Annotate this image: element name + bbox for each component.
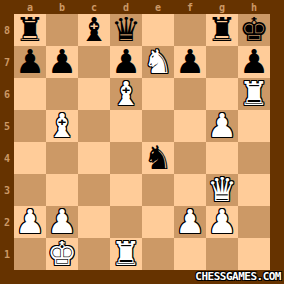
square-h1[interactable]	[238, 238, 270, 270]
square-f2[interactable]: ♟	[174, 206, 206, 238]
rank-labels: 87654321	[0, 14, 14, 270]
white-king[interactable]: ♚	[47, 238, 77, 270]
square-d3[interactable]	[110, 174, 142, 206]
square-g2[interactable]: ♟	[206, 206, 238, 238]
board: ♜♝♛♜♚♟♟♟♞♟♟♝♜♝♟♞♛♟♟♟♟♚♜	[14, 14, 270, 270]
square-d1[interactable]: ♜	[110, 238, 142, 270]
white-rook[interactable]: ♜	[111, 238, 141, 270]
square-h6[interactable]: ♜	[238, 78, 270, 110]
rank-label-7: 7	[0, 46, 14, 78]
square-a2[interactable]: ♟	[14, 206, 46, 238]
square-h4[interactable]	[238, 142, 270, 174]
square-g1[interactable]	[206, 238, 238, 270]
rank-label-3: 3	[0, 174, 14, 206]
white-bishop[interactable]: ♝	[111, 78, 141, 110]
square-c6[interactable]	[78, 78, 110, 110]
square-a7[interactable]: ♟	[14, 46, 46, 78]
square-c7[interactable]	[78, 46, 110, 78]
square-c4[interactable]	[78, 142, 110, 174]
square-e4[interactable]: ♞	[142, 142, 174, 174]
square-h2[interactable]	[238, 206, 270, 238]
square-a6[interactable]	[14, 78, 46, 110]
black-pawn[interactable]: ♟	[15, 46, 45, 78]
square-a4[interactable]	[14, 142, 46, 174]
white-pawn[interactable]: ♟	[175, 206, 205, 238]
square-g5[interactable]: ♟	[206, 110, 238, 142]
square-f6[interactable]	[174, 78, 206, 110]
square-f1[interactable]	[174, 238, 206, 270]
square-b1[interactable]: ♚	[46, 238, 78, 270]
square-c3[interactable]	[78, 174, 110, 206]
square-b4[interactable]	[46, 142, 78, 174]
white-bishop[interactable]: ♝	[47, 110, 77, 142]
square-h3[interactable]	[238, 174, 270, 206]
rank-label-8: 8	[0, 14, 14, 46]
square-e7[interactable]: ♞	[142, 46, 174, 78]
square-b5[interactable]: ♝	[46, 110, 78, 142]
chessgames-watermark[interactable]: CHESSGAMES.COM	[195, 270, 281, 284]
square-c5[interactable]	[78, 110, 110, 142]
black-pawn[interactable]: ♟	[47, 46, 77, 78]
file-label-e: e	[142, 0, 174, 14]
rank-label-5: 5	[0, 110, 14, 142]
square-c8[interactable]: ♝	[78, 14, 110, 46]
square-c1[interactable]	[78, 238, 110, 270]
square-f5[interactable]	[174, 110, 206, 142]
black-pawn[interactable]: ♟	[175, 46, 205, 78]
square-f7[interactable]: ♟	[174, 46, 206, 78]
square-g7[interactable]	[206, 46, 238, 78]
square-h5[interactable]	[238, 110, 270, 142]
square-g8[interactable]: ♜	[206, 14, 238, 46]
square-e1[interactable]	[142, 238, 174, 270]
chess-diagram: abcdefgh 87654321 ♜♝♛♜♚♟♟♟♞♟♟♝♜♝♟♞♛♟♟♟♟♚…	[0, 0, 284, 284]
square-e3[interactable]	[142, 174, 174, 206]
file-label-b: b	[46, 0, 78, 14]
square-e6[interactable]	[142, 78, 174, 110]
black-rook[interactable]: ♜	[207, 14, 237, 46]
square-f4[interactable]	[174, 142, 206, 174]
white-knight[interactable]: ♞	[143, 46, 173, 78]
rank-label-4: 4	[0, 142, 14, 174]
square-c2[interactable]	[78, 206, 110, 238]
rank-label-2: 2	[0, 206, 14, 238]
square-e2[interactable]	[142, 206, 174, 238]
square-a5[interactable]	[14, 110, 46, 142]
rank-label-1: 1	[0, 238, 14, 270]
white-pawn[interactable]: ♟	[207, 110, 237, 142]
square-d5[interactable]	[110, 110, 142, 142]
file-label-f: f	[174, 0, 206, 14]
black-knight[interactable]: ♞	[143, 142, 173, 174]
rank-label-6: 6	[0, 78, 14, 110]
square-d4[interactable]	[110, 142, 142, 174]
white-pawn[interactable]: ♟	[207, 206, 237, 238]
square-d6[interactable]: ♝	[110, 78, 142, 110]
square-a1[interactable]	[14, 238, 46, 270]
white-rook[interactable]: ♜	[239, 78, 269, 110]
square-b7[interactable]: ♟	[46, 46, 78, 78]
white-pawn[interactable]: ♟	[15, 206, 45, 238]
black-bishop[interactable]: ♝	[79, 14, 109, 46]
